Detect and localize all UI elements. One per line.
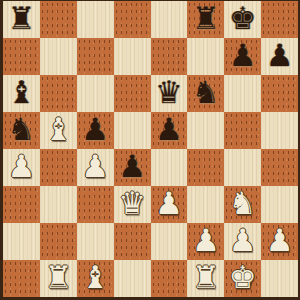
square-f3[interactable] bbox=[187, 186, 224, 223]
square-h3[interactable] bbox=[261, 186, 298, 223]
square-e7[interactable] bbox=[151, 38, 188, 75]
square-d2[interactable] bbox=[114, 223, 151, 260]
square-g1[interactable]: ♚ bbox=[224, 260, 261, 297]
square-f6[interactable]: ♞ bbox=[187, 75, 224, 112]
square-g8[interactable]: ♚ bbox=[224, 1, 261, 38]
square-d4[interactable]: ♟ bbox=[114, 149, 151, 186]
square-e4[interactable] bbox=[151, 149, 188, 186]
square-a3[interactable] bbox=[3, 186, 40, 223]
board-frame: ♜♜♚♟♟♝♛♞♞♝♟♟♟♟♟♛♟♞♟♟♟♜♝♜♚ bbox=[0, 0, 300, 300]
piece-white-pawn[interactable]: ♟ bbox=[155, 188, 183, 219]
piece-white-knight[interactable]: ♞ bbox=[229, 188, 257, 219]
square-g7[interactable]: ♟ bbox=[224, 38, 261, 75]
square-c3[interactable] bbox=[77, 186, 114, 223]
square-e2[interactable] bbox=[151, 223, 188, 260]
square-h1[interactable] bbox=[261, 260, 298, 297]
piece-white-queen[interactable]: ♛ bbox=[118, 188, 146, 219]
square-h6[interactable] bbox=[261, 75, 298, 112]
piece-white-pawn[interactable]: ♟ bbox=[229, 225, 257, 256]
square-d1[interactable] bbox=[114, 260, 151, 297]
piece-white-pawn[interactable]: ♟ bbox=[8, 151, 36, 182]
square-g3[interactable]: ♞ bbox=[224, 186, 261, 223]
square-e3[interactable]: ♟ bbox=[151, 186, 188, 223]
piece-black-pawn[interactable]: ♟ bbox=[229, 40, 257, 71]
square-f4[interactable] bbox=[187, 149, 224, 186]
piece-black-knight[interactable]: ♞ bbox=[8, 114, 36, 145]
square-d6[interactable] bbox=[114, 75, 151, 112]
piece-white-pawn[interactable]: ♟ bbox=[192, 225, 220, 256]
piece-white-king[interactable]: ♚ bbox=[229, 262, 257, 293]
square-f7[interactable] bbox=[187, 38, 224, 75]
square-c7[interactable] bbox=[77, 38, 114, 75]
piece-black-king[interactable]: ♚ bbox=[229, 3, 257, 34]
square-a6[interactable]: ♝ bbox=[3, 75, 40, 112]
square-a1[interactable] bbox=[3, 260, 40, 297]
square-f1[interactable]: ♜ bbox=[187, 260, 224, 297]
piece-black-bishop[interactable]: ♝ bbox=[8, 77, 36, 108]
square-b4[interactable] bbox=[40, 149, 77, 186]
square-a2[interactable] bbox=[3, 223, 40, 260]
square-h5[interactable] bbox=[261, 112, 298, 149]
square-c2[interactable] bbox=[77, 223, 114, 260]
square-d5[interactable] bbox=[114, 112, 151, 149]
piece-white-rook[interactable]: ♜ bbox=[44, 262, 72, 293]
square-b7[interactable] bbox=[40, 38, 77, 75]
square-c1[interactable]: ♝ bbox=[77, 260, 114, 297]
square-d7[interactable] bbox=[114, 38, 151, 75]
square-c6[interactable] bbox=[77, 75, 114, 112]
square-e8[interactable] bbox=[151, 1, 188, 38]
square-a4[interactable]: ♟ bbox=[3, 149, 40, 186]
square-f5[interactable] bbox=[187, 112, 224, 149]
square-g2[interactable]: ♟ bbox=[224, 223, 261, 260]
piece-white-pawn[interactable]: ♟ bbox=[266, 225, 294, 256]
piece-black-pawn[interactable]: ♟ bbox=[81, 114, 109, 145]
piece-black-queen[interactable]: ♛ bbox=[155, 77, 183, 108]
square-b5[interactable]: ♝ bbox=[40, 112, 77, 149]
square-d8[interactable] bbox=[114, 1, 151, 38]
piece-black-rook[interactable]: ♜ bbox=[8, 3, 36, 34]
square-b2[interactable] bbox=[40, 223, 77, 260]
square-h2[interactable]: ♟ bbox=[261, 223, 298, 260]
square-c5[interactable]: ♟ bbox=[77, 112, 114, 149]
square-f2[interactable]: ♟ bbox=[187, 223, 224, 260]
square-b3[interactable] bbox=[40, 186, 77, 223]
square-b6[interactable] bbox=[40, 75, 77, 112]
square-e5[interactable]: ♟ bbox=[151, 112, 188, 149]
piece-white-rook[interactable]: ♜ bbox=[192, 262, 220, 293]
square-a5[interactable]: ♞ bbox=[3, 112, 40, 149]
square-a8[interactable]: ♜ bbox=[3, 1, 40, 38]
square-h4[interactable] bbox=[261, 149, 298, 186]
piece-black-rook[interactable]: ♜ bbox=[192, 3, 220, 34]
square-b8[interactable] bbox=[40, 1, 77, 38]
square-c8[interactable] bbox=[77, 1, 114, 38]
square-b1[interactable]: ♜ bbox=[40, 260, 77, 297]
square-g5[interactable] bbox=[224, 112, 261, 149]
square-c4[interactable]: ♟ bbox=[77, 149, 114, 186]
piece-black-pawn[interactable]: ♟ bbox=[118, 151, 146, 182]
piece-white-bishop[interactable]: ♝ bbox=[44, 114, 72, 145]
square-e6[interactable]: ♛ bbox=[151, 75, 188, 112]
piece-black-pawn[interactable]: ♟ bbox=[266, 40, 294, 71]
chess-board: ♜♜♚♟♟♝♛♞♞♝♟♟♟♟♟♛♟♞♟♟♟♜♝♜♚ bbox=[3, 1, 298, 297]
piece-black-pawn[interactable]: ♟ bbox=[155, 114, 183, 145]
square-d3[interactable]: ♛ bbox=[114, 186, 151, 223]
square-g4[interactable] bbox=[224, 149, 261, 186]
piece-black-knight[interactable]: ♞ bbox=[192, 77, 220, 108]
square-h7[interactable]: ♟ bbox=[261, 38, 298, 75]
square-e1[interactable] bbox=[151, 260, 188, 297]
square-g6[interactable] bbox=[224, 75, 261, 112]
square-a7[interactable] bbox=[3, 38, 40, 75]
square-h8[interactable] bbox=[261, 1, 298, 38]
square-f8[interactable]: ♜ bbox=[187, 1, 224, 38]
piece-white-pawn[interactable]: ♟ bbox=[81, 151, 109, 182]
piece-white-bishop[interactable]: ♝ bbox=[81, 262, 109, 293]
